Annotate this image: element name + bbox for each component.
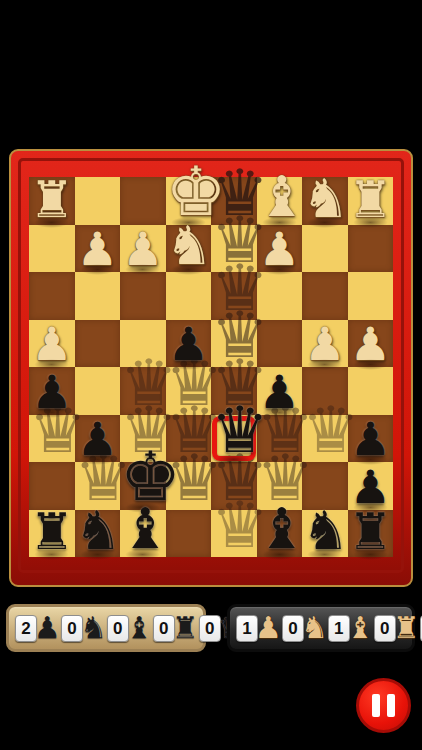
board-square[interactable] xyxy=(302,225,348,273)
piece-shadow xyxy=(353,549,388,560)
pause-button[interactable] xyxy=(356,678,411,733)
pawn-icon: ♟ xyxy=(34,614,61,642)
knight-icon: ♞ xyxy=(80,614,107,642)
board-square[interactable] xyxy=(257,320,303,368)
board-square[interactable]: ♟ xyxy=(302,320,348,368)
rook-icon: ♜ xyxy=(393,614,420,642)
board-square[interactable]: ♞ xyxy=(166,225,212,273)
board-square[interactable] xyxy=(302,367,348,415)
captured-black-pieces-tray: 2♟0♞0♝0♜0♛ xyxy=(6,604,206,652)
black-rook[interactable]: ♜ xyxy=(348,507,394,557)
board-square[interactable]: ♟ xyxy=(257,225,303,273)
board-square[interactable]: ♜ xyxy=(348,510,394,558)
board-square[interactable]: ♛ xyxy=(166,367,212,415)
board-square[interactable] xyxy=(29,225,75,273)
piece-shadow xyxy=(34,549,69,560)
board-square[interactable]: ♛ xyxy=(29,415,75,463)
black-rook[interactable]: ♜ xyxy=(29,507,75,557)
piece-shadow xyxy=(34,217,69,228)
white-knight[interactable]: ♞ xyxy=(302,172,348,225)
black-pawn[interactable]: ♟ xyxy=(348,416,394,462)
board-square[interactable]: ♜ xyxy=(29,177,75,225)
piece-shadow xyxy=(125,549,160,560)
board-square[interactable] xyxy=(29,462,75,510)
black-pawn[interactable]: ♟ xyxy=(348,464,394,510)
board-square[interactable] xyxy=(75,367,121,415)
black-pawn[interactable]: ♟ xyxy=(29,369,75,415)
board-square[interactable]: ♞ xyxy=(302,177,348,225)
knight-icon: ♞ xyxy=(301,614,328,642)
board-square[interactable]: ♞ xyxy=(302,510,348,558)
white-bishop[interactable]: ♝ xyxy=(257,169,303,225)
board-square[interactable]: ♛ xyxy=(211,272,257,320)
board-square[interactable] xyxy=(29,272,75,320)
piece-shadow xyxy=(307,359,342,370)
board-square[interactable] xyxy=(75,177,121,225)
white-pawn[interactable]: ♟ xyxy=(348,321,394,367)
rook-icon: ♜ xyxy=(172,614,199,642)
board-square[interactable]: ♟ xyxy=(166,320,212,368)
white-knight[interactable]: ♞ xyxy=(166,219,212,272)
board-square[interactable]: ♟ xyxy=(75,415,121,463)
piece-shadow xyxy=(80,454,115,465)
board-square[interactable]: ♝ xyxy=(257,177,303,225)
white-pawn[interactable]: ♟ xyxy=(257,226,303,272)
pause-icon xyxy=(372,694,380,717)
board-square[interactable] xyxy=(120,272,166,320)
board-square[interactable] xyxy=(302,272,348,320)
piece-shadow xyxy=(307,217,342,228)
bishop-icon: ♝ xyxy=(126,614,153,642)
board-square[interactable]: ♛ xyxy=(211,320,257,368)
piece-shadow xyxy=(80,549,115,560)
captured-pawn-counter: 1♟ xyxy=(236,614,282,642)
piece-shadow xyxy=(125,264,160,275)
white-king[interactable]: ♚ xyxy=(166,157,212,225)
chess-board: ♜♚♛♝♞♜♟♟♞♛♟♛♟♟♛♟♟♟♛♛♛♟♛♟♛♛♛♛♛♟♛♚♛♛♛♟♜♞♝♛… xyxy=(29,177,393,557)
board-square[interactable]: ♞ xyxy=(75,510,121,558)
board-square[interactable]: ♛ xyxy=(211,225,257,273)
bishop-icon: ♝ xyxy=(347,614,374,642)
piece-shadow xyxy=(171,359,206,370)
board-square[interactable]: ♟ xyxy=(348,415,394,463)
piece-shadow xyxy=(34,407,69,418)
piece-shadow xyxy=(353,217,388,228)
piece-shadow xyxy=(171,264,206,275)
captured-bishop-counter: 0♝ xyxy=(107,614,153,642)
board-square[interactable]: ♟ xyxy=(75,225,121,273)
captured-rook-counter: 0♜ xyxy=(374,614,420,642)
board-square[interactable] xyxy=(166,510,212,558)
piece-shadow xyxy=(262,549,297,560)
black-bishop[interactable]: ♝ xyxy=(120,501,166,557)
captured-pawn-counter: 2♟ xyxy=(15,614,61,642)
board-square[interactable] xyxy=(120,177,166,225)
board-square[interactable]: ♟ xyxy=(348,320,394,368)
black-bishop[interactable]: ♝ xyxy=(257,501,303,557)
pawn-icon: ♟ xyxy=(255,614,282,642)
captured-knight-counter: 0♞ xyxy=(282,614,328,642)
black-queen[interactable]: ♛ xyxy=(211,398,257,462)
board-square[interactable]: ♝ xyxy=(120,510,166,558)
black-pawn[interactable]: ♟ xyxy=(166,321,212,367)
board-square[interactable] xyxy=(348,367,394,415)
board-square[interactable]: ♛ xyxy=(302,415,348,463)
chess-board-frame: ♜♚♛♝♞♜♟♟♞♛♟♛♟♟♛♟♟♟♛♛♛♟♛♟♛♛♛♛♛♟♛♚♛♛♛♟♜♞♝♛… xyxy=(9,149,413,587)
pause-icon xyxy=(387,694,395,717)
board-square[interactable]: ♟ xyxy=(29,367,75,415)
board-square[interactable]: ♛ xyxy=(211,462,257,510)
piece-shadow xyxy=(262,264,297,275)
board-square[interactable]: ♟ xyxy=(120,225,166,273)
app-screen: ♜♚♛♝♞♜♟♟♞♛♟♛♟♟♛♟♟♟♛♛♛♟♛♟♛♛♛♛♛♟♛♚♛♛♛♟♜♞♝♛… xyxy=(0,0,422,750)
piece-shadow xyxy=(80,264,115,275)
board-square[interactable] xyxy=(120,320,166,368)
board-square[interactable]: ♟ xyxy=(29,320,75,368)
piece-shadow xyxy=(307,549,342,560)
white-rook[interactable]: ♜ xyxy=(29,175,75,225)
board-square[interactable] xyxy=(75,272,121,320)
piece-shadow xyxy=(353,359,388,370)
captured-rook-counter: 0♜ xyxy=(153,614,199,642)
piece-shadow xyxy=(216,454,251,465)
board-square[interactable]: ♟ xyxy=(348,462,394,510)
captured-bishop-counter: 1♝ xyxy=(328,614,374,642)
board-square[interactable] xyxy=(166,272,212,320)
captured-knight-counter: 0♞ xyxy=(61,614,107,642)
black-knight[interactable]: ♞ xyxy=(75,504,121,557)
white-pawn[interactable]: ♟ xyxy=(29,321,75,367)
board-square[interactable]: ♝ xyxy=(257,510,303,558)
white-pawn[interactable]: ♟ xyxy=(75,226,121,272)
board-square[interactable] xyxy=(257,272,303,320)
board-square[interactable]: ♜ xyxy=(29,510,75,558)
black-pawn[interactable]: ♟ xyxy=(75,416,121,462)
board-square[interactable] xyxy=(348,225,394,273)
board-square[interactable]: ♛ xyxy=(120,367,166,415)
board-square[interactable] xyxy=(348,272,394,320)
board-square[interactable]: ♛ xyxy=(211,415,257,463)
board-square[interactable]: ♛ xyxy=(211,510,257,558)
white-rook[interactable]: ♜ xyxy=(348,175,394,225)
black-knight[interactable]: ♞ xyxy=(302,504,348,557)
captured-white-pieces-tray: 1♟0♞1♝0♜1♛ xyxy=(227,604,415,652)
white-pawn[interactable]: ♟ xyxy=(120,226,166,272)
board-square[interactable] xyxy=(75,320,121,368)
board-square[interactable]: ♜ xyxy=(348,177,394,225)
white-pawn[interactable]: ♟ xyxy=(302,321,348,367)
